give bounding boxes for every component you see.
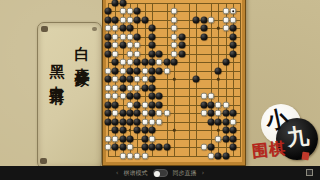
white-stone[interactable] <box>200 144 207 151</box>
player-name-scroll: 白 辜梓豪 黑 申真谞 <box>37 22 102 169</box>
white-stone[interactable] <box>171 25 178 32</box>
black-stone[interactable] <box>134 33 141 40</box>
black-stone[interactable] <box>215 152 222 159</box>
logo-red-seal <box>301 152 309 161</box>
black-stone[interactable] <box>171 59 178 66</box>
black-stone[interactable] <box>112 0 119 6</box>
scroll-rivet <box>41 26 48 32</box>
black-stone[interactable] <box>230 25 237 32</box>
black-stone[interactable] <box>200 16 207 23</box>
white-stone[interactable] <box>126 144 133 151</box>
black-stone[interactable] <box>149 76 156 83</box>
black-stone[interactable] <box>149 67 156 74</box>
white-stone[interactable] <box>126 8 133 15</box>
white-stone[interactable] <box>171 8 178 15</box>
white-stone[interactable] <box>119 67 126 74</box>
black-stone[interactable] <box>119 84 126 91</box>
black-stone[interactable] <box>149 144 156 151</box>
white-stone[interactable] <box>207 152 214 159</box>
black-stone[interactable] <box>222 135 229 142</box>
black-stone[interactable] <box>149 50 156 57</box>
star-point <box>217 78 219 80</box>
white-stone[interactable] <box>112 84 119 91</box>
white-stone[interactable] <box>134 76 141 83</box>
white-stone[interactable] <box>215 101 222 108</box>
white-stone[interactable] <box>230 16 237 23</box>
black-stone[interactable] <box>230 127 237 134</box>
black-stone[interactable] <box>134 67 141 74</box>
black-stone[interactable] <box>230 135 237 142</box>
black-stone[interactable] <box>134 59 141 66</box>
black-stone[interactable] <box>112 67 119 74</box>
black-stone[interactable] <box>119 110 126 117</box>
white-stone[interactable] <box>163 110 170 117</box>
left-chevron-icon[interactable]: ‹ <box>116 169 119 177</box>
black-stone[interactable] <box>112 118 119 125</box>
black-stone[interactable] <box>215 67 222 74</box>
fullscreen-icon[interactable] <box>306 169 313 176</box>
white-stone[interactable] <box>119 8 126 15</box>
black-stone[interactable] <box>222 127 229 134</box>
white-stone[interactable] <box>126 33 133 40</box>
black-stone[interactable] <box>149 25 156 32</box>
black-stone[interactable] <box>126 135 133 142</box>
black-stone[interactable] <box>104 8 111 15</box>
scroll-rivet <box>40 158 47 164</box>
star-point <box>129 129 131 131</box>
black-stone[interactable] <box>149 110 156 117</box>
black-stone[interactable] <box>156 101 163 108</box>
black-player-name: 黑 申真谞 <box>47 52 66 80</box>
white-stone[interactable] <box>156 59 163 66</box>
black-stone[interactable] <box>193 16 200 23</box>
black-stone[interactable] <box>119 135 126 142</box>
mode-toggle-switch[interactable] <box>153 169 168 177</box>
white-stone[interactable] <box>104 84 111 91</box>
black-stone[interactable] <box>134 93 141 100</box>
white-stone[interactable] <box>156 118 163 125</box>
black-stone[interactable] <box>104 33 111 40</box>
black-stone[interactable] <box>222 118 229 125</box>
right-chevron-icon[interactable]: › <box>202 169 205 177</box>
white-stone[interactable] <box>134 84 141 91</box>
black-stone[interactable] <box>119 25 126 32</box>
black-stone[interactable] <box>119 76 126 83</box>
white-stone[interactable] <box>104 144 111 151</box>
white-stone[interactable] <box>141 76 148 83</box>
black-stone[interactable] <box>119 0 126 6</box>
black-stone[interactable] <box>134 110 141 117</box>
bottom-control-bar: ‹ 棋谱模式 同步直播 › <box>0 166 320 180</box>
white-stone[interactable] <box>207 16 214 23</box>
black-stone[interactable] <box>149 33 156 40</box>
black-stone[interactable] <box>141 16 148 23</box>
black-stone[interactable] <box>104 118 111 125</box>
black-stone[interactable] <box>207 118 214 125</box>
white-stone[interactable] <box>149 135 156 142</box>
black-stone[interactable] <box>126 110 133 117</box>
black-stone[interactable] <box>112 144 119 151</box>
black-stone[interactable] <box>149 84 156 91</box>
logo-char-bottom: 九 <box>285 121 311 154</box>
white-stone[interactable] <box>141 101 148 108</box>
black-stone[interactable] <box>207 110 214 117</box>
white-stone[interactable] <box>104 67 111 74</box>
mode-left-label: 棋谱模式 <box>124 169 148 178</box>
black-stone[interactable] <box>141 135 148 142</box>
star-point <box>217 129 219 131</box>
black-stone[interactable] <box>156 50 163 57</box>
white-stone[interactable] <box>126 50 133 57</box>
black-stone[interactable] <box>134 8 141 15</box>
toggle-knob-icon <box>154 171 160 177</box>
black-stone[interactable] <box>149 127 156 134</box>
white-stone[interactable] <box>215 135 222 142</box>
black-stone[interactable] <box>149 42 156 49</box>
black-stone[interactable] <box>207 144 214 151</box>
white-stone[interactable] <box>119 93 126 100</box>
black-stone[interactable] <box>156 93 163 100</box>
black-stone[interactable] <box>230 33 237 40</box>
black-stone[interactable] <box>230 50 237 57</box>
white-stone[interactable] <box>119 33 126 40</box>
black-stone[interactable] <box>230 42 237 49</box>
white-stone[interactable] <box>163 67 170 74</box>
white-stone[interactable] <box>126 59 133 66</box>
white-stone[interactable] <box>222 101 229 108</box>
black-stone[interactable] <box>134 101 141 108</box>
black-stone[interactable] <box>134 118 141 125</box>
white-stone[interactable] <box>200 93 207 100</box>
white-player-name: 白 辜梓豪 <box>72 34 91 62</box>
black-stone[interactable] <box>126 25 133 32</box>
white-stone[interactable] <box>222 8 229 15</box>
white-stone[interactable] <box>126 84 133 91</box>
black-stone[interactable] <box>149 59 156 66</box>
white-stone[interactable] <box>104 135 111 142</box>
star-point <box>173 78 175 80</box>
black-stone[interactable] <box>178 50 185 57</box>
black-stone[interactable] <box>119 118 126 125</box>
black-stone[interactable] <box>126 67 133 74</box>
white-stone[interactable] <box>230 118 237 125</box>
white-stone[interactable] <box>141 118 148 125</box>
white-stone[interactable] <box>141 67 148 74</box>
black-stone[interactable] <box>112 127 119 134</box>
black-stone[interactable] <box>126 93 133 100</box>
go-board[interactable] <box>103 0 245 165</box>
white-stone[interactable] <box>230 8 237 15</box>
white-stone[interactable] <box>112 93 119 100</box>
go-board-grid[interactable] <box>108 3 242 157</box>
white-stone[interactable] <box>171 42 178 49</box>
white-stone[interactable] <box>207 93 214 100</box>
white-stone[interactable] <box>104 25 111 32</box>
logo-red-text: 围棋 <box>251 138 287 162</box>
black-stone[interactable] <box>230 144 237 151</box>
white-stone[interactable] <box>119 59 126 66</box>
black-stone[interactable] <box>149 101 156 108</box>
white-stone[interactable] <box>112 25 119 32</box>
scroll-rivet <box>92 27 97 31</box>
white-stone[interactable] <box>149 118 156 125</box>
black-stone[interactable] <box>163 59 170 66</box>
black-stone[interactable] <box>163 144 170 151</box>
black-stone[interactable] <box>200 33 207 40</box>
black-stone[interactable] <box>156 144 163 151</box>
black-stone[interactable] <box>222 152 229 159</box>
white-stone[interactable] <box>119 16 126 23</box>
black-stone[interactable] <box>104 101 111 108</box>
white-stone[interactable] <box>112 50 119 57</box>
black-stone[interactable] <box>104 110 111 117</box>
black-stone[interactable] <box>141 144 148 151</box>
white-stone[interactable] <box>134 152 141 159</box>
white-stone[interactable] <box>156 110 163 117</box>
white-stone[interactable] <box>171 16 178 23</box>
white-stone[interactable] <box>112 33 119 40</box>
black-stone[interactable] <box>134 127 141 134</box>
white-stone[interactable] <box>215 110 222 117</box>
black-stone[interactable] <box>215 118 222 125</box>
white-stone[interactable] <box>112 76 119 83</box>
white-stone[interactable] <box>134 42 141 49</box>
white-stone[interactable] <box>171 33 178 40</box>
white-stone[interactable] <box>119 152 126 159</box>
black-stone[interactable] <box>178 42 185 49</box>
black-stone[interactable] <box>222 59 229 66</box>
black-stone[interactable] <box>112 59 119 66</box>
white-stone[interactable] <box>112 135 119 142</box>
star-point <box>217 27 219 29</box>
white-stone[interactable] <box>126 42 133 49</box>
black-stone[interactable] <box>207 101 214 108</box>
black-stone[interactable] <box>200 101 207 108</box>
white-stone[interactable] <box>141 152 148 159</box>
white-stone[interactable] <box>134 50 141 57</box>
black-stone[interactable] <box>200 25 207 32</box>
white-stone[interactable] <box>104 93 111 100</box>
white-stone[interactable] <box>222 25 229 32</box>
white-stone[interactable] <box>126 101 133 108</box>
white-stone[interactable] <box>171 50 178 57</box>
black-stone[interactable] <box>149 93 156 100</box>
black-stone[interactable] <box>141 127 148 134</box>
black-stone[interactable] <box>134 16 141 23</box>
star-point <box>173 129 175 131</box>
black-stone[interactable] <box>178 33 185 40</box>
mode-right-label: 同步直播 <box>173 169 197 178</box>
white-stone[interactable] <box>200 110 207 117</box>
black-stone[interactable] <box>126 118 133 125</box>
last-move-marker <box>232 10 235 13</box>
app-logo: 小 九 围棋 <box>250 98 318 170</box>
black-stone[interactable] <box>119 127 126 134</box>
white-stone[interactable] <box>112 110 119 117</box>
white-stone[interactable] <box>126 152 133 159</box>
white-stone[interactable] <box>112 42 119 49</box>
black-stone[interactable] <box>104 76 111 83</box>
black-stone[interactable] <box>119 42 126 49</box>
black-stone[interactable] <box>230 110 237 117</box>
black-stone[interactable] <box>104 42 111 49</box>
black-stone[interactable] <box>119 144 126 151</box>
black-stone[interactable] <box>141 59 148 66</box>
black-stone[interactable] <box>104 50 111 57</box>
white-stone[interactable] <box>141 110 148 117</box>
black-stone[interactable] <box>112 101 119 108</box>
black-stone[interactable] <box>112 16 119 23</box>
black-stone[interactable] <box>141 84 148 91</box>
black-stone[interactable] <box>104 16 111 23</box>
black-stone[interactable] <box>222 110 229 117</box>
black-stone[interactable] <box>193 76 200 83</box>
white-stone[interactable] <box>126 16 133 23</box>
app-screen: 白 辜梓豪 黑 申真谞 小 九 围棋 ‹ 棋谱模式 同步直播 › <box>0 0 320 180</box>
black-stone[interactable] <box>126 76 133 83</box>
black-stone[interactable] <box>156 67 163 74</box>
white-stone[interactable] <box>222 16 229 23</box>
